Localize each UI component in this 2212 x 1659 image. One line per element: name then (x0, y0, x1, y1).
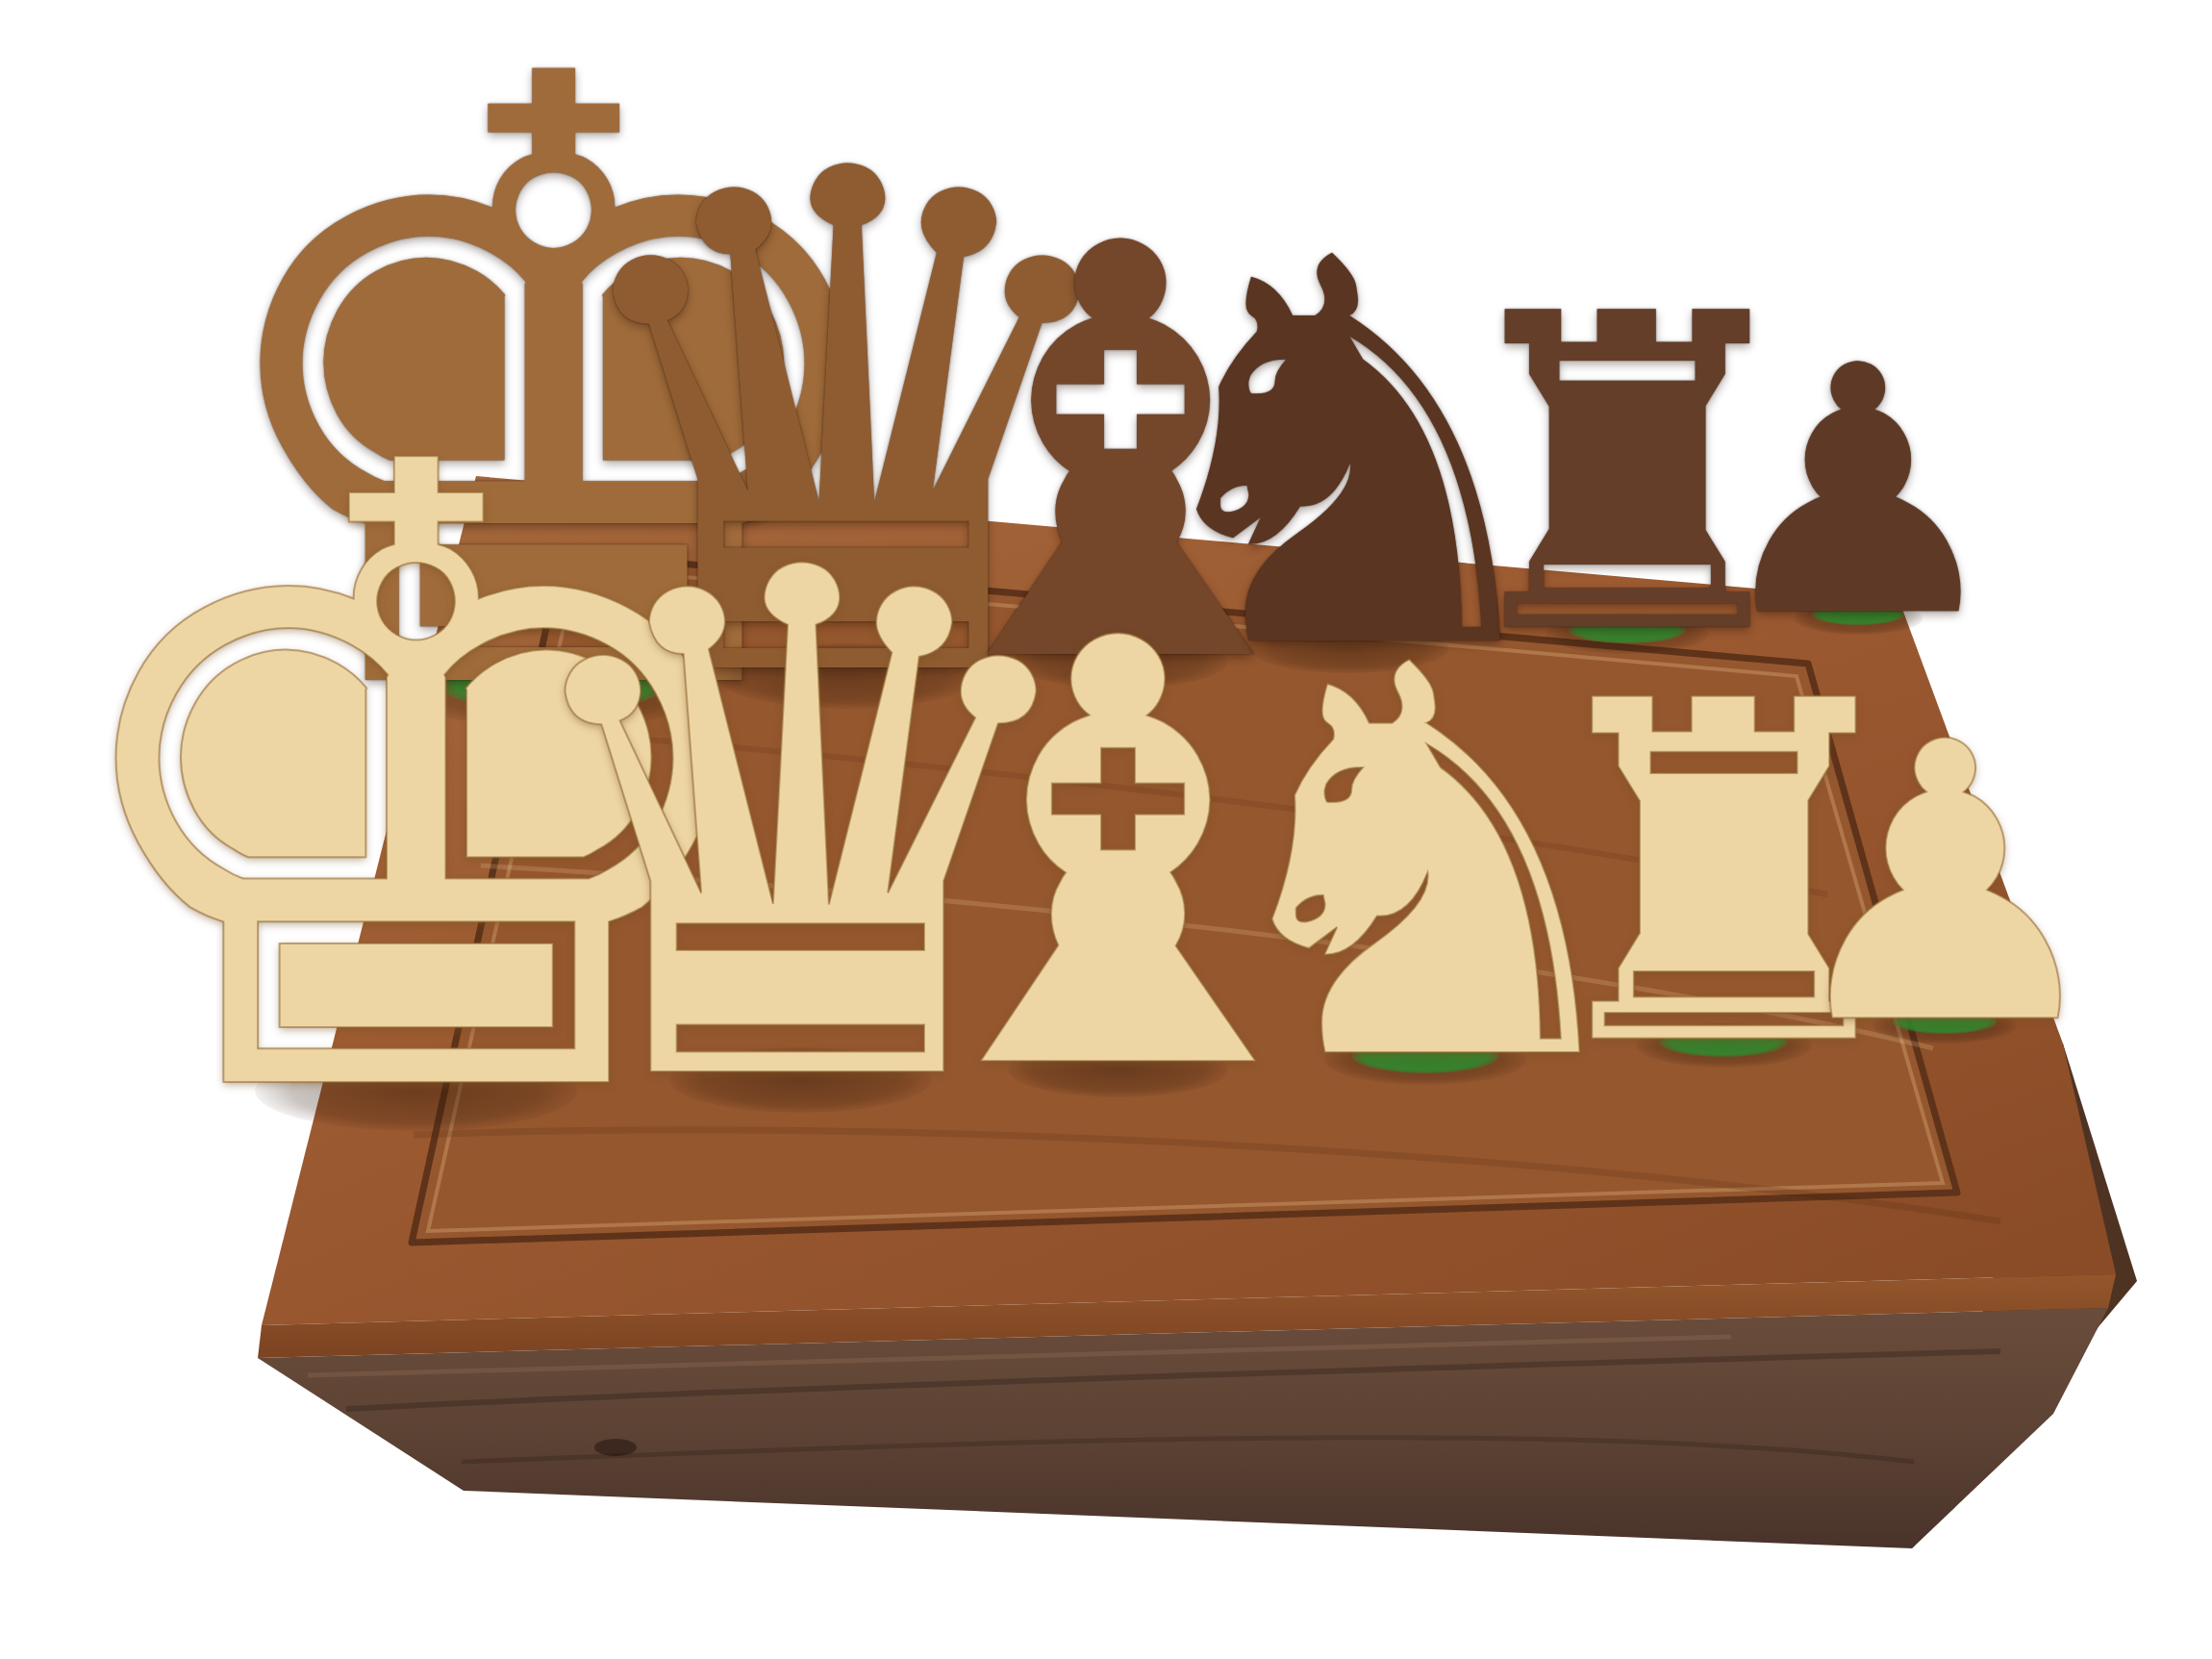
chess-set-photo: ♚♛♝♞♜♟ ♚♛♝♞♜♟ (0, 0, 2212, 1659)
wood-knot (594, 1439, 637, 1456)
light-pawn-piece[interactable]: ♟ (1753, 693, 2137, 1077)
